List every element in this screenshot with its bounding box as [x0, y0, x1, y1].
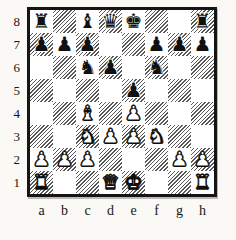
file-label-f: f — [154, 203, 159, 223]
square-e1[interactable]: ♚ — [122, 171, 145, 194]
square-c5[interactable] — [76, 79, 99, 102]
square-a5[interactable] — [30, 79, 53, 102]
square-e8[interactable]: ♚ — [122, 10, 145, 33]
square-f7[interactable]: ♟ — [145, 33, 168, 56]
square-c6[interactable]: ♞ — [76, 56, 99, 79]
white-queen: ♛ — [102, 172, 120, 193]
chess-board: ♜♝♛♚♜♟♟♟♟♟♟♞♟♞♟♝♟♞♟♟♞♟♟♟♟♟♜♛♚♜ — [27, 7, 217, 197]
square-b1[interactable] — [53, 171, 76, 194]
square-d8[interactable]: ♛ — [99, 10, 122, 33]
square-e6[interactable] — [122, 56, 145, 79]
square-g4[interactable] — [168, 102, 191, 125]
black-knight: ♞ — [148, 57, 166, 78]
square-f8[interactable] — [145, 10, 168, 33]
square-b3[interactable] — [53, 125, 76, 148]
square-c8[interactable]: ♝ — [76, 10, 99, 33]
chess-diagram: 87654321 ♜♝♛♚♜♟♟♟♟♟♟♞♟♞♟♝♟♞♟♟♞♟♟♟♟♟♜♛♚♜ … — [0, 0, 236, 240]
square-a6[interactable] — [30, 56, 53, 79]
square-a8[interactable]: ♜ — [30, 10, 53, 33]
square-h7[interactable]: ♟ — [191, 33, 214, 56]
square-a3[interactable] — [30, 125, 53, 148]
square-g2[interactable]: ♟ — [168, 148, 191, 171]
square-b7[interactable]: ♟ — [53, 33, 76, 56]
white-knight: ♞ — [148, 126, 166, 147]
black-rook: ♜ — [33, 11, 51, 32]
white-pawn: ♟ — [56, 149, 74, 170]
square-f5[interactable] — [145, 79, 168, 102]
square-e2[interactable] — [122, 148, 145, 171]
square-g3[interactable] — [168, 125, 191, 148]
black-pawn: ♟ — [33, 34, 51, 55]
white-bishop: ♝ — [79, 103, 97, 124]
square-f2[interactable] — [145, 148, 168, 171]
square-f3[interactable]: ♞ — [145, 125, 168, 148]
square-h1[interactable]: ♜ — [191, 171, 214, 194]
square-h5[interactable] — [191, 79, 214, 102]
black-king: ♚ — [125, 11, 143, 32]
rank-label-3: 3 — [14, 129, 21, 145]
square-g8[interactable] — [168, 10, 191, 33]
black-knight: ♞ — [79, 57, 97, 78]
white-pawn: ♟ — [33, 149, 51, 170]
white-pawn: ♟ — [194, 149, 212, 170]
square-g7[interactable]: ♟ — [168, 33, 191, 56]
square-h3[interactable] — [191, 125, 214, 148]
rank-label-4: 4 — [14, 106, 21, 122]
square-d5[interactable] — [99, 79, 122, 102]
black-queen: ♛ — [102, 11, 120, 32]
square-e7[interactable] — [122, 33, 145, 56]
rank-label-1: 1 — [14, 175, 21, 191]
white-rook: ♜ — [33, 172, 51, 193]
square-e3[interactable]: ♟ — [122, 125, 145, 148]
black-pawn: ♟ — [125, 80, 143, 101]
square-h2[interactable]: ♟ — [191, 148, 214, 171]
square-f4[interactable] — [145, 102, 168, 125]
rank-label-6: 6 — [14, 60, 21, 76]
square-c7[interactable]: ♟ — [76, 33, 99, 56]
board-with-coordinates: 87654321 ♜♝♛♚♜♟♟♟♟♟♟♞♟♞♟♝♟♞♟♟♞♟♟♟♟♟♜♛♚♜ … — [4, 7, 236, 223]
white-king: ♚ — [125, 172, 143, 193]
square-d1[interactable]: ♛ — [99, 171, 122, 194]
square-a4[interactable] — [30, 102, 53, 125]
rank-label-7: 7 — [14, 37, 21, 53]
white-pawn: ♟ — [125, 103, 143, 124]
file-label-c: c — [84, 203, 90, 223]
file-label-a: a — [38, 203, 44, 223]
square-g1[interactable] — [168, 171, 191, 194]
square-g5[interactable] — [168, 79, 191, 102]
square-f1[interactable] — [145, 171, 168, 194]
square-c4[interactable]: ♝ — [76, 102, 99, 125]
rank-label-5: 5 — [14, 83, 21, 99]
square-d2[interactable] — [99, 148, 122, 171]
rank-labels: 87654321 — [4, 7, 27, 197]
file-labels: abcdefgh — [27, 203, 236, 223]
black-pawn: ♟ — [148, 34, 166, 55]
white-rook: ♜ — [194, 172, 212, 193]
file-label-h: h — [199, 203, 206, 223]
square-a1[interactable]: ♜ — [30, 171, 53, 194]
black-pawn: ♟ — [56, 34, 74, 55]
square-d3[interactable]: ♟ — [99, 125, 122, 148]
file-label-b: b — [61, 203, 68, 223]
black-pawn: ♟ — [171, 34, 189, 55]
square-g6[interactable] — [168, 56, 191, 79]
square-b5[interactable] — [53, 79, 76, 102]
square-h8[interactable]: ♜ — [191, 10, 214, 33]
square-a7[interactable]: ♟ — [30, 33, 53, 56]
white-pawn: ♟ — [102, 126, 120, 147]
square-d7[interactable] — [99, 33, 122, 56]
square-d4[interactable] — [99, 102, 122, 125]
square-b2[interactable]: ♟ — [53, 148, 76, 171]
square-e4[interactable]: ♟ — [122, 102, 145, 125]
square-b8[interactable] — [53, 10, 76, 33]
white-knight: ♞ — [79, 126, 97, 147]
white-pawn: ♟ — [125, 126, 143, 147]
square-e5[interactable]: ♟ — [122, 79, 145, 102]
square-h4[interactable] — [191, 102, 214, 125]
rank-label-8: 8 — [14, 14, 21, 30]
square-c3[interactable]: ♞ — [76, 125, 99, 148]
white-pawn: ♟ — [79, 149, 97, 170]
white-pawn: ♟ — [171, 149, 189, 170]
rank-label-2: 2 — [14, 152, 21, 168]
square-h6[interactable] — [191, 56, 214, 79]
file-label-e: e — [130, 203, 136, 223]
file-label-g: g — [176, 203, 183, 223]
square-d6[interactable]: ♟ — [99, 56, 122, 79]
black-pawn: ♟ — [102, 57, 120, 78]
square-f6[interactable]: ♞ — [145, 56, 168, 79]
square-b6[interactable] — [53, 56, 76, 79]
square-a2[interactable]: ♟ — [30, 148, 53, 171]
black-rook: ♜ — [194, 11, 212, 32]
black-pawn: ♟ — [194, 34, 212, 55]
square-b4[interactable] — [53, 102, 76, 125]
square-c2[interactable]: ♟ — [76, 148, 99, 171]
black-bishop: ♝ — [79, 11, 97, 32]
black-pawn: ♟ — [79, 34, 97, 55]
file-label-d: d — [107, 203, 114, 223]
square-c1[interactable] — [76, 171, 99, 194]
